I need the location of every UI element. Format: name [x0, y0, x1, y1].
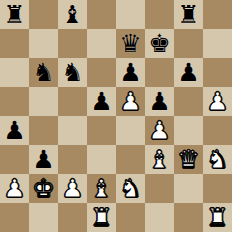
square-b7[interactable]: [29, 29, 58, 58]
square-c4[interactable]: [58, 116, 87, 145]
black-pawn[interactable]: ♟: [32, 145, 54, 174]
square-g6[interactable]: ♟: [174, 58, 203, 87]
square-a3[interactable]: [0, 145, 29, 174]
square-c2[interactable]: ♟: [58, 174, 87, 203]
square-d6[interactable]: [87, 58, 116, 87]
square-g7[interactable]: [174, 29, 203, 58]
square-h4[interactable]: [203, 116, 232, 145]
black-bishop[interactable]: ♝: [61, 0, 83, 29]
square-a6[interactable]: [0, 58, 29, 87]
square-g3[interactable]: ♛: [174, 145, 203, 174]
square-f4[interactable]: ♟: [145, 116, 174, 145]
white-knight[interactable]: ♞: [119, 174, 141, 203]
square-c7[interactable]: [58, 29, 87, 58]
square-c5[interactable]: [58, 87, 87, 116]
square-b2[interactable]: ♚: [29, 174, 58, 203]
white-pawn[interactable]: ♟: [119, 87, 141, 116]
square-f5[interactable]: ♟: [145, 87, 174, 116]
black-queen[interactable]: ♛: [119, 29, 141, 58]
square-e8[interactable]: [116, 0, 145, 29]
black-rook[interactable]: ♜: [177, 0, 199, 29]
square-h6[interactable]: [203, 58, 232, 87]
square-f6[interactable]: [145, 58, 174, 87]
square-e2[interactable]: ♞: [116, 174, 145, 203]
black-knight[interactable]: ♞: [61, 58, 83, 87]
black-pawn[interactable]: ♟: [119, 58, 141, 87]
square-h2[interactable]: [203, 174, 232, 203]
square-a8[interactable]: ♜: [0, 0, 29, 29]
white-knight[interactable]: ♞: [206, 145, 228, 174]
black-knight[interactable]: ♞: [32, 58, 54, 87]
square-h3[interactable]: ♞: [203, 145, 232, 174]
square-h8[interactable]: [203, 0, 232, 29]
square-b4[interactable]: [29, 116, 58, 145]
square-d1[interactable]: ♜: [87, 203, 116, 232]
black-pawn[interactable]: ♟: [3, 116, 25, 145]
square-c1[interactable]: [58, 203, 87, 232]
white-rook[interactable]: ♜: [90, 203, 112, 232]
square-d7[interactable]: [87, 29, 116, 58]
square-f3[interactable]: ♝: [145, 145, 174, 174]
square-c8[interactable]: ♝: [58, 0, 87, 29]
square-h7[interactable]: [203, 29, 232, 58]
square-e4[interactable]: [116, 116, 145, 145]
square-f1[interactable]: [145, 203, 174, 232]
square-d2[interactable]: ♝: [87, 174, 116, 203]
chess-board: ♜♝♜♛♚♞♞♟♟♟♟♟♟♟♟♟♝♛♞♟♚♟♝♞♜♜: [0, 0, 232, 232]
white-pawn[interactable]: ♟: [148, 116, 170, 145]
square-f2[interactable]: [145, 174, 174, 203]
white-queen[interactable]: ♛: [177, 145, 199, 174]
square-g5[interactable]: [174, 87, 203, 116]
square-f8[interactable]: [145, 0, 174, 29]
square-a2[interactable]: ♟: [0, 174, 29, 203]
square-g8[interactable]: ♜: [174, 0, 203, 29]
white-pawn[interactable]: ♟: [61, 174, 83, 203]
white-bishop[interactable]: ♝: [148, 145, 170, 174]
black-pawn[interactable]: ♟: [148, 87, 170, 116]
square-f7[interactable]: ♚: [145, 29, 174, 58]
black-pawn[interactable]: ♟: [90, 87, 112, 116]
square-d4[interactable]: [87, 116, 116, 145]
square-b1[interactable]: [29, 203, 58, 232]
white-bishop[interactable]: ♝: [90, 174, 112, 203]
square-a7[interactable]: [0, 29, 29, 58]
white-pawn[interactable]: ♟: [206, 87, 228, 116]
square-b5[interactable]: [29, 87, 58, 116]
square-b6[interactable]: ♞: [29, 58, 58, 87]
square-e7[interactable]: ♛: [116, 29, 145, 58]
square-d8[interactable]: [87, 0, 116, 29]
black-king[interactable]: ♚: [148, 29, 170, 58]
white-pawn[interactable]: ♟: [3, 174, 25, 203]
square-a5[interactable]: [0, 87, 29, 116]
square-a4[interactable]: ♟: [0, 116, 29, 145]
square-e1[interactable]: [116, 203, 145, 232]
square-g4[interactable]: [174, 116, 203, 145]
black-rook[interactable]: ♜: [3, 0, 25, 29]
white-king[interactable]: ♚: [32, 174, 54, 203]
square-g2[interactable]: [174, 174, 203, 203]
square-h5[interactable]: ♟: [203, 87, 232, 116]
square-c3[interactable]: [58, 145, 87, 174]
square-e6[interactable]: ♟: [116, 58, 145, 87]
square-a1[interactable]: [0, 203, 29, 232]
white-rook[interactable]: ♜: [206, 203, 228, 232]
square-b3[interactable]: ♟: [29, 145, 58, 174]
square-h1[interactable]: ♜: [203, 203, 232, 232]
black-pawn[interactable]: ♟: [177, 58, 199, 87]
square-g1[interactable]: [174, 203, 203, 232]
square-e5[interactable]: ♟: [116, 87, 145, 116]
square-d5[interactable]: ♟: [87, 87, 116, 116]
square-d3[interactable]: [87, 145, 116, 174]
square-c6[interactable]: ♞: [58, 58, 87, 87]
square-b8[interactable]: [29, 0, 58, 29]
square-e3[interactable]: [116, 145, 145, 174]
